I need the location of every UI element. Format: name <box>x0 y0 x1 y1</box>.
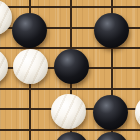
white-stone <box>13 49 48 84</box>
go-board[interactable] <box>0 0 140 140</box>
grid-line-horizontal <box>0 129 140 131</box>
white-stone <box>51 94 86 129</box>
grid-line-horizontal <box>0 6 140 8</box>
black-stone <box>12 13 47 48</box>
black-stone <box>54 49 89 84</box>
black-stone <box>94 13 129 48</box>
grid-line-horizontal <box>0 88 140 90</box>
black-stone <box>93 95 128 130</box>
